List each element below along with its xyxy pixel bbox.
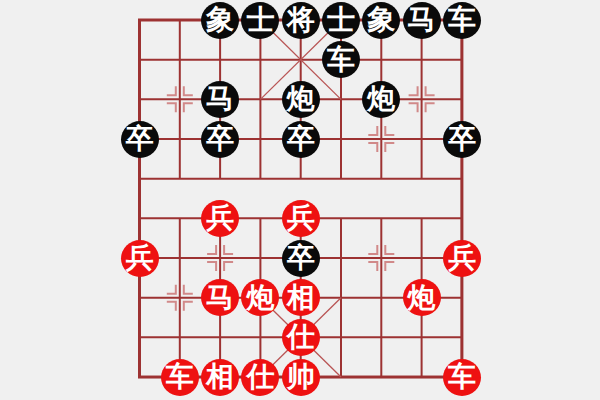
pieces-layer: 象士将士象马车车马炮炮卒卒卒卒卒兵兵兵兵马炮相炮仕车相仕帅车 xyxy=(0,0,600,400)
black-soldier[interactable]: 卒 xyxy=(443,121,481,158)
black-soldier[interactable]: 卒 xyxy=(282,240,320,277)
black-horse[interactable]: 马 xyxy=(403,2,441,39)
red-chariot[interactable]: 车 xyxy=(161,359,199,396)
black-soldier[interactable]: 卒 xyxy=(201,121,239,158)
red-soldier[interactable]: 兵 xyxy=(282,200,320,237)
black-horse[interactable]: 马 xyxy=(201,81,239,118)
red-cannon[interactable]: 炮 xyxy=(403,279,441,316)
black-general[interactable]: 将 xyxy=(282,2,320,39)
red-soldier[interactable]: 兵 xyxy=(443,240,481,277)
black-soldier[interactable]: 卒 xyxy=(282,121,320,158)
red-horse[interactable]: 马 xyxy=(201,279,239,316)
black-cannon[interactable]: 炮 xyxy=(282,81,320,118)
red-chariot[interactable]: 车 xyxy=(443,359,481,396)
red-soldier[interactable]: 兵 xyxy=(121,240,159,277)
red-soldier[interactable]: 兵 xyxy=(201,200,239,237)
red-elephant[interactable]: 相 xyxy=(282,279,320,316)
black-elephant[interactable]: 象 xyxy=(201,2,239,39)
black-chariot[interactable]: 车 xyxy=(443,2,481,39)
black-cannon[interactable]: 炮 xyxy=(362,81,400,118)
black-soldier[interactable]: 卒 xyxy=(121,121,159,158)
black-advisor[interactable]: 士 xyxy=(241,2,279,39)
black-chariot[interactable]: 车 xyxy=(322,41,360,78)
red-cannon[interactable]: 炮 xyxy=(241,279,279,316)
red-advisor[interactable]: 仕 xyxy=(241,359,279,396)
black-advisor[interactable]: 士 xyxy=(322,2,360,39)
black-elephant[interactable]: 象 xyxy=(362,2,400,39)
red-advisor[interactable]: 仕 xyxy=(282,319,320,356)
xiangqi-board: 象士将士象马车车马炮炮卒卒卒卒卒兵兵兵兵马炮相炮仕车相仕帅车 xyxy=(0,0,600,400)
red-general[interactable]: 帅 xyxy=(282,359,320,396)
red-elephant[interactable]: 相 xyxy=(201,359,239,396)
